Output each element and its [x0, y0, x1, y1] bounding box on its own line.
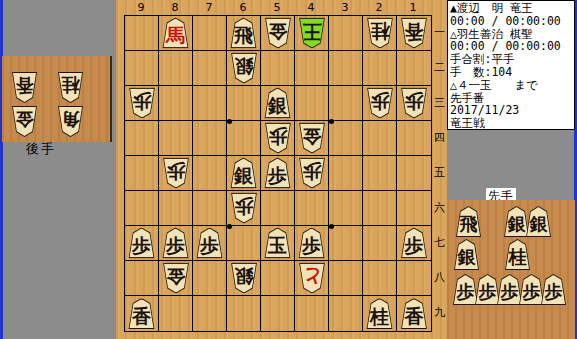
square-74[interactable] — [193, 121, 227, 156]
square-92[interactable] — [125, 51, 159, 86]
square-12[interactable] — [397, 51, 431, 86]
gote-label: 後手 — [26, 140, 56, 158]
piece-glyph: 金 — [11, 109, 38, 129]
piece-glyph: 歩 — [540, 282, 567, 302]
piece-歩-sente: 歩 — [196, 228, 224, 259]
piece-glyph: 銀 — [453, 247, 480, 267]
piece-歩-gote: 歩 — [298, 158, 326, 189]
piece-glyph: 歩 — [162, 161, 190, 182]
piece-香-sente: 香 — [400, 298, 428, 329]
piece-glyph: 金 — [298, 126, 326, 147]
square-46[interactable] — [295, 191, 329, 226]
piece-glyph: 歩 — [128, 91, 156, 112]
info-line-6: 手 数:104 — [450, 66, 572, 79]
square-82[interactable] — [159, 51, 193, 86]
piece-glyph: 桂 — [504, 247, 531, 267]
square-99[interactable]: 香 — [125, 296, 159, 331]
square-91[interactable] — [125, 16, 159, 51]
piece-glyph: 歩 — [366, 91, 394, 112]
square-62[interactable]: 銀 — [227, 51, 261, 86]
square-73[interactable] — [193, 86, 227, 121]
piece-glyph: 銀 — [230, 165, 258, 186]
hand-piece-銀-sente[interactable]: 銀 — [453, 239, 480, 270]
piece-銀-gote: 銀 — [230, 53, 258, 84]
square-69[interactable] — [227, 296, 261, 331]
hand-piece-桂-sente[interactable]: 桂 — [504, 239, 531, 270]
rank-label-9: 九 — [432, 295, 447, 330]
square-16[interactable] — [397, 191, 431, 226]
piece-glyph: 銀 — [230, 56, 258, 77]
info-line-1: ▲渡辺 明 竜王 — [450, 2, 572, 15]
square-31[interactable] — [329, 16, 363, 51]
square-25[interactable] — [363, 156, 397, 191]
square-29[interactable]: 桂 — [363, 296, 397, 331]
hand-piece-歩-sente[interactable]: 歩 — [540, 274, 567, 305]
piece-glyph: 歩 — [162, 235, 190, 256]
file-label-8: 8 — [158, 1, 192, 14]
square-65[interactable]: 銀 — [227, 156, 261, 191]
square-57[interactable]: 玉 — [261, 226, 295, 261]
info-line-2: 00:00 / 00:00:00 — [450, 15, 572, 28]
square-15[interactable] — [397, 156, 431, 191]
file-coordinates: 987654321 — [124, 1, 430, 14]
square-35[interactable] — [329, 156, 363, 191]
piece-glyph: 玉 — [264, 235, 292, 256]
shogi-kifu-viewer: 987654321 一二三四五六七八九 馬飛金王桂香銀歩銀歩歩歩金歩銀歩歩歩歩歩… — [0, 0, 577, 339]
file-label-1: 1 — [396, 1, 430, 14]
square-43[interactable] — [295, 86, 329, 121]
square-34[interactable] — [329, 121, 363, 156]
file-label-5: 5 — [260, 1, 294, 14]
shogi-board: 987654321 一二三四五六七八九 馬飛金王桂香銀歩銀歩歩歩金歩銀歩歩歩歩歩… — [116, 0, 447, 339]
sente-captured-tray[interactable]: 飛銀銀銀桂歩歩歩歩歩 — [447, 200, 575, 339]
square-44[interactable]: 金 — [295, 121, 329, 156]
square-95[interactable] — [125, 156, 159, 191]
rank-label-1: 一 — [432, 15, 447, 50]
piece-歩-gote: 歩 — [230, 193, 258, 224]
piece-金-gote: 金 — [264, 18, 292, 49]
board-grid: 馬飛金王桂香銀歩銀歩歩歩金歩銀歩歩歩歩歩歩玉歩歩金銀と香桂香 — [124, 15, 432, 332]
hand-piece-銀-sente[interactable]: 銀 — [525, 206, 552, 237]
piece-銀-sente: 銀 — [264, 88, 292, 119]
piece-glyph: 銀 — [230, 266, 258, 287]
square-67[interactable] — [227, 226, 261, 261]
piece-と-gote: と — [298, 263, 326, 294]
info-line-10: 竜王戦 — [450, 117, 572, 130]
piece-香-sente: 香 — [128, 298, 156, 329]
file-label-7: 7 — [192, 1, 226, 14]
square-49[interactable] — [295, 296, 329, 331]
square-83[interactable] — [159, 86, 193, 121]
square-26[interactable] — [363, 191, 397, 226]
piece-歩-gote: 歩 — [400, 88, 428, 119]
piece-glyph: 歩 — [298, 161, 326, 182]
square-56[interactable] — [261, 191, 295, 226]
square-66[interactable]: 歩 — [227, 191, 261, 226]
square-14[interactable] — [397, 121, 431, 156]
piece-歩-gote: 歩 — [162, 158, 190, 189]
square-85[interactable]: 歩 — [159, 156, 193, 191]
piece-glyph: 歩 — [400, 91, 428, 112]
hand-piece-角-gote[interactable]: 角 — [57, 106, 84, 137]
piece-glyph: 銀 — [525, 214, 552, 234]
square-89[interactable] — [159, 296, 193, 331]
piece-glyph: 歩 — [230, 196, 258, 217]
piece-glyph: 歩 — [128, 235, 156, 256]
piece-glyph: 香 — [400, 305, 428, 326]
piece-桂-gote: 桂 — [366, 18, 394, 49]
file-label-4: 4 — [294, 1, 328, 14]
rank-label-4: 四 — [432, 120, 447, 155]
square-75[interactable] — [193, 156, 227, 191]
square-24[interactable] — [363, 121, 397, 156]
piece-銀-gote: 銀 — [230, 263, 258, 294]
square-72[interactable] — [193, 51, 227, 86]
square-52[interactable] — [261, 51, 295, 86]
piece-飛-sente: 飛 — [230, 18, 258, 49]
square-18[interactable] — [397, 261, 431, 296]
piece-歩-sente: 歩 — [128, 228, 156, 259]
piece-王-gote: 王 — [298, 18, 326, 49]
square-96[interactable] — [125, 191, 159, 226]
piece-glyph: 桂 — [366, 21, 394, 42]
square-54[interactable]: 歩 — [261, 121, 295, 156]
piece-glyph: 歩 — [264, 165, 292, 186]
piece-glyph: 桂 — [57, 75, 84, 95]
piece-銀-sente: 銀 — [230, 158, 258, 189]
square-23[interactable]: 歩 — [363, 86, 397, 121]
piece-歩-sente: 歩 — [264, 158, 292, 189]
square-93[interactable]: 歩 — [125, 86, 159, 121]
square-86[interactable] — [159, 191, 193, 226]
square-61[interactable]: 飛 — [227, 16, 261, 51]
hand-piece-金-gote[interactable]: 金 — [11, 106, 38, 137]
square-19[interactable]: 香 — [397, 296, 431, 331]
square-39[interactable] — [329, 296, 363, 331]
rank-label-6: 六 — [432, 190, 447, 225]
hoshi-dot-4 — [329, 224, 334, 229]
square-71[interactable] — [193, 16, 227, 51]
square-78[interactable] — [193, 261, 227, 296]
square-63[interactable] — [227, 86, 261, 121]
rank-label-2: 二 — [432, 50, 447, 85]
rank-label-5: 五 — [432, 155, 447, 190]
square-37[interactable] — [329, 226, 363, 261]
file-label-6: 6 — [226, 1, 260, 14]
piece-glyph: 金 — [264, 21, 292, 42]
game-info-panel: ▲渡辺 明 竜王00:00 / 00:00:00△羽生善治 棋聖00:00 / … — [447, 0, 575, 130]
hand-piece-飛-sente[interactable]: 飛 — [455, 206, 482, 237]
square-84[interactable] — [159, 121, 193, 156]
piece-glyph: 歩 — [298, 235, 326, 256]
square-55[interactable]: 歩 — [261, 156, 295, 191]
square-41[interactable]: 王 — [295, 16, 329, 51]
square-42[interactable] — [295, 51, 329, 86]
piece-glyph: 香 — [11, 75, 38, 95]
piece-glyph: 歩 — [400, 235, 428, 256]
square-45[interactable]: 歩 — [295, 156, 329, 191]
piece-玉-sente: 玉 — [264, 228, 292, 259]
square-38[interactable] — [329, 261, 363, 296]
left-edge-strip — [0, 0, 3, 339]
piece-glyph: 香 — [400, 21, 428, 42]
piece-glyph: 歩 — [196, 235, 224, 256]
piece-桂-sente: 桂 — [366, 298, 394, 329]
piece-歩-sente: 歩 — [400, 228, 428, 259]
hand-piece-桂-gote[interactable]: 桂 — [57, 72, 84, 103]
rank-label-8: 八 — [432, 260, 447, 295]
hoshi-dot-1 — [227, 119, 232, 124]
piece-歩-gote: 歩 — [366, 88, 394, 119]
square-13[interactable]: 歩 — [397, 86, 431, 121]
square-53[interactable]: 銀 — [261, 86, 295, 121]
square-17[interactable]: 歩 — [397, 226, 431, 261]
square-58[interactable] — [261, 261, 295, 296]
piece-金-gote: 金 — [162, 263, 190, 294]
piece-香-gote: 香 — [400, 18, 428, 49]
piece-glyph: 馬 — [162, 25, 190, 46]
square-68[interactable]: 銀 — [227, 261, 261, 296]
piece-金-gote: 金 — [298, 123, 326, 154]
hoshi-dot-2 — [329, 119, 334, 124]
piece-歩-gote: 歩 — [128, 88, 156, 119]
info-line-7: △４一玉 まで — [450, 79, 572, 92]
square-79[interactable] — [193, 296, 227, 331]
square-76[interactable] — [193, 191, 227, 226]
square-11[interactable]: 香 — [397, 16, 431, 51]
square-32[interactable] — [329, 51, 363, 86]
square-28[interactable] — [363, 261, 397, 296]
square-51[interactable]: 金 — [261, 16, 295, 51]
square-64[interactable] — [227, 121, 261, 156]
rank-label-7: 七 — [432, 225, 447, 260]
piece-glyph: 銀 — [264, 95, 292, 116]
piece-glyph: 飛 — [230, 25, 258, 46]
square-94[interactable] — [125, 121, 159, 156]
square-33[interactable] — [329, 86, 363, 121]
hoshi-dot-3 — [227, 224, 232, 229]
piece-馬-sente: 馬 — [162, 18, 190, 49]
hand-piece-香-gote[interactable]: 香 — [11, 72, 38, 103]
square-87[interactable]: 歩 — [159, 226, 193, 261]
piece-glyph: 香 — [128, 305, 156, 326]
piece-glyph: 金 — [162, 266, 190, 287]
gote-captured-tray[interactable]: 香桂金角 — [2, 56, 112, 142]
rank-coordinates: 一二三四五六七八九 — [432, 15, 447, 330]
file-label-3: 3 — [328, 1, 362, 14]
piece-glyph: 王 — [298, 21, 326, 42]
rank-label-3: 三 — [432, 85, 447, 120]
square-22[interactable] — [363, 51, 397, 86]
piece-歩-sente: 歩 — [298, 228, 326, 259]
piece-glyph: 飛 — [455, 214, 482, 234]
square-59[interactable] — [261, 296, 295, 331]
square-97[interactable]: 歩 — [125, 226, 159, 261]
piece-glyph: 角 — [57, 109, 84, 129]
square-77[interactable]: 歩 — [193, 226, 227, 261]
square-98[interactable] — [125, 261, 159, 296]
file-label-2: 2 — [362, 1, 396, 14]
piece-glyph: 桂 — [366, 305, 394, 326]
square-47[interactable]: 歩 — [295, 226, 329, 261]
square-88[interactable]: 金 — [159, 261, 193, 296]
square-81[interactable]: 馬 — [159, 16, 193, 51]
square-21[interactable]: 桂 — [363, 16, 397, 51]
square-48[interactable]: と — [295, 261, 329, 296]
piece-glyph: と — [298, 266, 326, 287]
square-27[interactable] — [363, 226, 397, 261]
square-36[interactable] — [329, 191, 363, 226]
piece-歩-gote: 歩 — [264, 123, 292, 154]
file-label-9: 9 — [124, 1, 158, 14]
piece-歩-sente: 歩 — [162, 228, 190, 259]
piece-glyph: 歩 — [264, 126, 292, 147]
